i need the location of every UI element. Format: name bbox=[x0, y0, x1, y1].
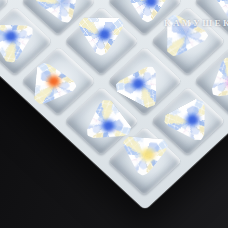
crystal-rhinestone bbox=[161, 96, 221, 150]
product-photo: КАМУШЕК ···· ······ ··· ········· ·· ···… bbox=[0, 0, 228, 228]
watermark-brand-text: КАМУШЕК bbox=[164, 18, 228, 28]
crystal-rhinestone bbox=[79, 18, 124, 56]
watermark: КАМУШЕК ···· ······ ··· ········· ·· ···… bbox=[164, 18, 228, 33]
crystal-rhinestone bbox=[33, 62, 78, 107]
crystal-rhinestone bbox=[0, 10, 44, 65]
watermark-tagline-illegible: ···· ······ ··· ········· ·· ······ bbox=[164, 29, 228, 33]
crystal-rhinestone bbox=[112, 56, 172, 110]
crystal-rhinestone bbox=[120, 136, 169, 178]
